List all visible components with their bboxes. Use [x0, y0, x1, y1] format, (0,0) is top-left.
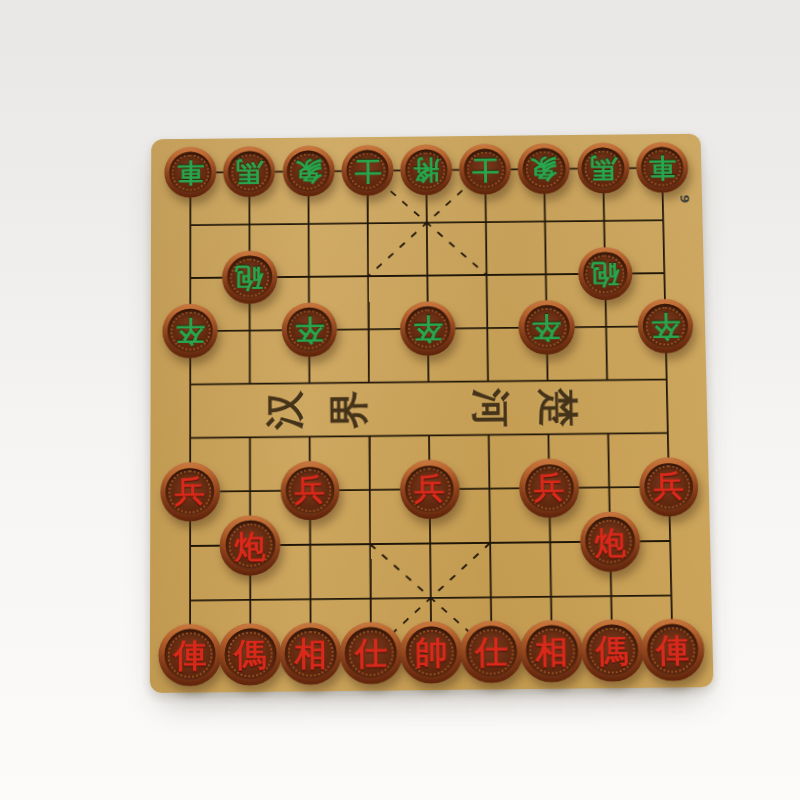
piece-black-cannon[interactable]: 砲	[577, 247, 632, 301]
piece-character: 砲	[577, 247, 632, 301]
piece-black-chariot[interactable]: 車	[164, 147, 216, 198]
piece-character: 俥	[640, 618, 704, 682]
pieces-layer: 車馬象士將士象馬車砲砲卒卒卒卒卒兵兵兵兵兵炮炮俥傌相仕帥仕相傌俥	[160, 141, 703, 682]
board-perspective-wrap: 汉 界 河 楚 9 車馬象士將士象馬車砲砲卒卒卒卒卒兵兵兵兵兵炮炮俥傌相仕帥仕相…	[150, 134, 714, 693]
piece-character: 士	[459, 144, 512, 195]
piece-character: 炮	[220, 515, 281, 576]
piece-red-soldier[interactable]: 兵	[400, 460, 460, 519]
piece-red-elephant[interactable]: 相	[520, 620, 584, 684]
piece-character: 兵	[280, 461, 340, 520]
piece-character: 卒	[162, 303, 218, 358]
piece-red-chariot[interactable]: 俥	[640, 618, 704, 682]
piece-black-soldier[interactable]: 卒	[637, 299, 694, 354]
piece-character: 仕	[339, 621, 402, 685]
piece-black-horse[interactable]: 馬	[577, 143, 630, 194]
piece-character: 車	[164, 147, 216, 198]
piece-red-general[interactable]: 帥	[400, 621, 464, 685]
piece-character: 車	[636, 142, 689, 193]
piece-black-chariot[interactable]: 車	[636, 142, 689, 193]
piece-red-cannon[interactable]: 炮	[579, 511, 641, 572]
piece-character: 馬	[577, 143, 630, 194]
piece-black-elephant[interactable]: 象	[282, 146, 334, 197]
piece-red-advisor[interactable]: 仕	[460, 620, 524, 684]
piece-character: 卒	[519, 300, 575, 355]
piece-red-advisor[interactable]: 仕	[339, 621, 402, 685]
piece-character: 帥	[400, 621, 464, 685]
piece-character: 仕	[460, 620, 524, 684]
piece-character: 卒	[281, 302, 337, 357]
piece-character: 馬	[223, 147, 275, 198]
piece-black-general[interactable]: 將	[400, 145, 452, 196]
piece-character: 兵	[639, 457, 699, 516]
xiangqi-board-mat: 汉 界 河 楚 9 車馬象士將士象馬車砲砲卒卒卒卒卒兵兵兵兵兵炮炮俥傌相仕帥仕相…	[150, 134, 714, 693]
piece-red-horse[interactable]: 傌	[580, 619, 644, 683]
piece-character: 士	[341, 145, 393, 196]
piece-character: 炮	[579, 511, 641, 572]
piece-red-cannon[interactable]: 炮	[220, 515, 281, 576]
piece-character: 卒	[637, 299, 694, 354]
piece-red-soldier[interactable]: 兵	[280, 461, 340, 520]
piece-character: 傌	[580, 619, 644, 683]
piece-character: 象	[518, 143, 571, 194]
piece-black-soldier[interactable]: 卒	[162, 303, 218, 358]
piece-character: 傌	[219, 623, 282, 687]
piece-character: 相	[279, 622, 342, 686]
photo-scene: 汉 界 河 楚 9 車馬象士將士象馬車砲砲卒卒卒卒卒兵兵兵兵兵炮炮俥傌相仕帥仕相…	[0, 0, 800, 800]
piece-character: 兵	[161, 462, 220, 521]
piece-character: 砲	[222, 251, 276, 305]
piece-red-soldier[interactable]: 兵	[161, 462, 220, 521]
piece-character: 俥	[159, 623, 222, 687]
piece-character: 象	[282, 146, 334, 197]
piece-red-elephant[interactable]: 相	[279, 622, 342, 686]
piece-character: 相	[520, 620, 584, 684]
piece-red-chariot[interactable]: 俥	[159, 623, 222, 687]
piece-character: 兵	[400, 460, 460, 519]
board-grid[interactable]: 汉 界 河 楚 9 車馬象士將士象馬車砲砲卒卒卒卒卒兵兵兵兵兵炮炮俥傌相仕帥仕相…	[160, 141, 703, 682]
piece-black-advisor[interactable]: 士	[341, 145, 393, 196]
piece-character: 卒	[400, 301, 456, 356]
piece-black-cannon[interactable]: 砲	[222, 251, 276, 305]
piece-character: 兵	[519, 458, 579, 517]
piece-red-horse[interactable]: 傌	[219, 623, 282, 687]
piece-character: 將	[400, 145, 452, 196]
piece-black-advisor[interactable]: 士	[459, 144, 512, 195]
piece-black-soldier[interactable]: 卒	[281, 302, 337, 357]
piece-black-soldier[interactable]: 卒	[519, 300, 575, 355]
piece-red-soldier[interactable]: 兵	[519, 458, 579, 517]
piece-black-horse[interactable]: 馬	[223, 147, 275, 198]
piece-red-soldier[interactable]: 兵	[639, 457, 699, 516]
piece-black-elephant[interactable]: 象	[518, 143, 571, 194]
piece-black-soldier[interactable]: 卒	[400, 301, 456, 356]
